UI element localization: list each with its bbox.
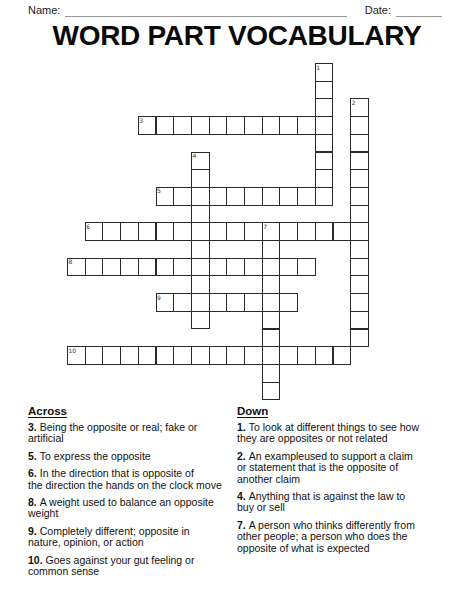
clue-number: 3. — [28, 421, 37, 433]
grid-cell[interactable] — [315, 81, 334, 100]
grid-cell[interactable] — [297, 258, 316, 277]
grid-cell[interactable] — [350, 311, 369, 330]
crossword-grid: 12345678910 — [67, 63, 369, 401]
grid-cell[interactable] — [209, 222, 228, 241]
grid-cell[interactable] — [315, 169, 334, 188]
cell-number: 9 — [157, 295, 161, 301]
grid-cell[interactable] — [315, 222, 334, 241]
grid-cell[interactable] — [350, 187, 369, 206]
grid-cell[interactable] — [156, 346, 175, 365]
grid-cell[interactable] — [191, 258, 210, 277]
grid-cell[interactable] — [209, 116, 228, 135]
grid-cell[interactable] — [173, 116, 192, 135]
grid-cell[interactable] — [279, 346, 298, 365]
grid-cell[interactable] — [315, 346, 334, 365]
across-heading: Across — [28, 405, 67, 418]
across-clues-column: Across 3.Being the opposite or real; fak… — [28, 405, 237, 583]
grid-cell[interactable] — [279, 187, 298, 206]
grid-cell[interactable] — [191, 222, 210, 241]
grid-cell[interactable] — [262, 364, 281, 383]
clue-across-3: 3.Being the opposite or real; fake or ar… — [28, 422, 237, 445]
grid-cell[interactable] — [350, 222, 369, 241]
grid-cell[interactable] — [138, 222, 157, 241]
clue-number: 1. — [237, 421, 246, 433]
grid-cell[interactable] — [350, 329, 369, 348]
cell-number: 3 — [139, 118, 143, 124]
grid-cell[interactable] — [191, 116, 210, 135]
grid-cell[interactable] — [262, 382, 281, 401]
grid-cell[interactable] — [244, 222, 263, 241]
grid-cell[interactable] — [244, 293, 263, 312]
grid-cell[interactable] — [315, 187, 334, 206]
grid-cell[interactable] — [244, 346, 263, 365]
grid-cell[interactable] — [262, 240, 281, 259]
cell-number: 10 — [69, 348, 77, 354]
clue-text: An exampleused to support a claim or sta… — [237, 450, 413, 485]
cell-number: 4 — [192, 153, 196, 159]
grid-cell[interactable] — [350, 152, 369, 171]
name-blank-line — [65, 4, 346, 17]
grid-cell[interactable] — [191, 293, 210, 312]
grid-cell[interactable] — [226, 293, 245, 312]
cell-number: 8 — [69, 259, 73, 265]
clue-text: To express the opposite — [40, 450, 151, 462]
down-clues-column: Down 1.To look at different things to se… — [237, 405, 469, 560]
grid-cell[interactable] — [156, 222, 175, 241]
grid-cell[interactable] — [262, 311, 281, 330]
grid-cell[interactable] — [226, 187, 245, 206]
clue-number: 7. — [237, 519, 246, 531]
clue-text: A person who thinks differently from oth… — [237, 519, 415, 554]
grid-cell[interactable] — [262, 258, 281, 277]
grid-cell[interactable] — [279, 116, 298, 135]
grid-cell[interactable] — [279, 222, 298, 241]
grid-cell[interactable] — [173, 258, 192, 277]
grid-cell[interactable] — [350, 169, 369, 188]
cell-number: 2 — [352, 100, 356, 106]
grid-cell[interactable] — [315, 134, 334, 153]
clue-text: Anything that is against the law to buy … — [237, 490, 405, 513]
grid-cell[interactable] — [244, 258, 263, 277]
grid-cell[interactable] — [297, 346, 316, 365]
grid-cell[interactable] — [262, 346, 281, 365]
name-label: Name: — [28, 4, 60, 17]
grid-cell[interactable] — [226, 258, 245, 277]
clue-across-5: 5.To express the opposite — [28, 451, 237, 462]
grid-cell[interactable] — [226, 346, 245, 365]
clue-text: In the direction that is opposite of the… — [28, 467, 222, 490]
worksheet-page: { "game": "crossword", "header": { "name… — [0, 0, 474, 613]
grid-cell[interactable] — [244, 116, 263, 135]
clue-across-8: 8.A weight used to balance an opposite w… — [28, 497, 237, 520]
cell-number: 7 — [263, 224, 267, 230]
grid-cell[interactable] — [315, 98, 334, 117]
grid-cell[interactable] — [138, 346, 157, 365]
grid-cell[interactable] — [333, 346, 352, 365]
clue-down-2: 2.An exampleused to support a claim or s… — [237, 451, 469, 485]
cell-number: 6 — [86, 224, 90, 230]
clue-down-1: 1.To look at different things to see how… — [237, 422, 469, 445]
grid-cell[interactable] — [244, 187, 263, 206]
clue-across-6: 6.In the direction that is opposite of t… — [28, 468, 237, 491]
page-title: WORD PART VOCABULARY — [0, 21, 474, 51]
grid-cell[interactable] — [138, 258, 157, 277]
grid-cell[interactable] — [102, 346, 121, 365]
grid-cell[interactable] — [297, 222, 316, 241]
grid-cell[interactable] — [350, 116, 369, 135]
grid-cell[interactable] — [209, 258, 228, 277]
grid-cell[interactable] — [262, 293, 281, 312]
grid-cell[interactable] — [262, 329, 281, 348]
grid-cell[interactable] — [191, 205, 210, 224]
grid-cell[interactable] — [315, 152, 334, 171]
grid-cell[interactable] — [297, 116, 316, 135]
grid-cell[interactable] — [226, 116, 245, 135]
down-heading: Down — [237, 405, 268, 418]
grid-cell[interactable] — [350, 240, 369, 259]
grid-cell[interactable] — [315, 116, 334, 135]
clue-text: Completely different; opposite in nature… — [28, 525, 190, 548]
date-label: Date: — [365, 4, 391, 17]
grid-cell[interactable] — [173, 346, 192, 365]
grid-cell[interactable] — [173, 293, 192, 312]
grid-cell[interactable] — [173, 222, 192, 241]
grid-cell[interactable] — [102, 258, 121, 277]
clue-text: Being the opposite or real; fake or arti… — [28, 421, 197, 444]
clue-number: 5. — [28, 450, 37, 462]
grid-cell[interactable] — [120, 346, 139, 365]
clue-number: 8. — [28, 496, 37, 508]
grid-cell[interactable] — [350, 293, 369, 312]
grid-cell[interactable] — [85, 258, 104, 277]
grid-cell[interactable] — [209, 346, 228, 365]
grid-cell[interactable] — [262, 275, 281, 294]
clue-across-9: 9.Completely different; opposite in natu… — [28, 526, 237, 549]
date-blank-line — [396, 4, 442, 17]
grid-cell[interactable] — [191, 187, 210, 206]
grid-cell[interactable] — [191, 275, 210, 294]
grid-cell[interactable] — [209, 187, 228, 206]
clue-number: 9. — [28, 525, 37, 537]
grid-cell[interactable] — [209, 293, 228, 312]
grid-cell[interactable] — [156, 258, 175, 277]
grid-cell[interactable] — [262, 187, 281, 206]
grid-cell[interactable] — [226, 222, 245, 241]
grid-cell[interactable] — [120, 222, 139, 241]
grid-cell[interactable] — [191, 346, 210, 365]
clue-down-7: 7.A person who thinks differently from o… — [237, 520, 469, 554]
clue-number: 10. — [28, 554, 43, 566]
grid-cell[interactable] — [350, 275, 369, 294]
clue-text: To look at different things to see how t… — [237, 421, 419, 444]
grid-cell[interactable] — [120, 258, 139, 277]
grid-cell[interactable] — [262, 116, 281, 135]
grid-cell[interactable] — [297, 187, 316, 206]
grid-cell[interactable] — [279, 258, 298, 277]
grid-cell[interactable] — [350, 258, 369, 277]
clue-number: 6. — [28, 467, 37, 479]
grid-cell[interactable] — [279, 293, 298, 312]
grid-cell[interactable] — [333, 222, 352, 241]
clue-number: 4. — [237, 490, 246, 502]
grid-cell[interactable] — [350, 134, 369, 153]
grid-cell[interactable] — [85, 346, 104, 365]
grid-cell[interactable] — [350, 205, 369, 224]
clue-text: Goes against your gut feeling or common … — [28, 554, 194, 577]
grid-cell[interactable] — [191, 240, 210, 259]
grid-cell[interactable] — [102, 222, 121, 241]
grid-cell[interactable] — [191, 311, 210, 330]
clue-number: 2. — [237, 450, 246, 462]
clue-across-10: 10.Goes against your gut feeling or comm… — [28, 555, 237, 578]
cell-number: 5 — [157, 188, 161, 194]
clue-down-4: 4.Anything that is against the law to bu… — [237, 491, 469, 514]
grid-cell[interactable] — [156, 116, 175, 135]
clue-text: A weight used to balance an opposite wei… — [28, 496, 214, 519]
cell-number: 1 — [316, 65, 320, 71]
header-name-date-row: Name: Date: — [28, 4, 442, 17]
grid-cell[interactable] — [191, 169, 210, 188]
grid-cell[interactable] — [173, 187, 192, 206]
